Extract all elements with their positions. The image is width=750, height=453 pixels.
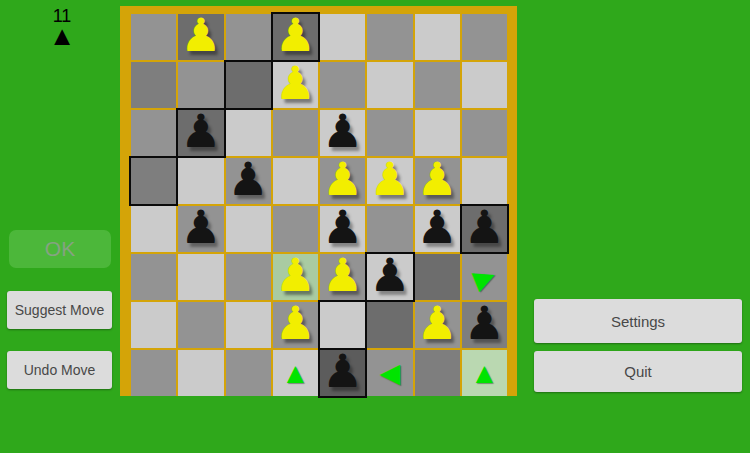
board-cell-r6c6[interactable]: ♟ <box>367 254 412 300</box>
board-cell-r5c3[interactable] <box>226 206 271 252</box>
turn-indicator-icon: ▲ <box>44 22 80 52</box>
board-cell-r5c4[interactable] <box>273 206 318 252</box>
board-cell-r3c4[interactable] <box>273 110 318 156</box>
board-cell-r1c7[interactable] <box>415 14 460 60</box>
board-cell-r8c7[interactable] <box>415 350 460 396</box>
yellow-pawn: ♟ <box>275 12 316 58</box>
board-cell-r1c5[interactable] <box>320 14 365 60</box>
yellow-pawn: ♟ <box>275 252 316 298</box>
board-cell-r6c3[interactable] <box>226 254 271 300</box>
board-cell-r8c8[interactable]: ▲ <box>462 350 507 396</box>
board-cell-r3c1[interactable] <box>131 110 176 156</box>
board-cell-r1c1[interactable] <box>131 14 176 60</box>
board-cell-r3c5[interactable]: ♟ <box>320 110 365 156</box>
black-pawn: ♟ <box>322 348 363 394</box>
board-cell-r5c2[interactable]: ♟ <box>178 206 223 252</box>
move-arrow-icon: ◀ <box>379 360 400 387</box>
board-cell-r1c4[interactable]: ♟ <box>273 14 318 60</box>
black-pawn: ♟ <box>322 204 363 250</box>
board-cell-r7c2[interactable] <box>178 302 223 348</box>
suggest-move-button[interactable]: Suggest Move <box>7 291 112 329</box>
board-cell-r3c6[interactable] <box>367 110 412 156</box>
board-cell-r7c5[interactable] <box>320 302 365 348</box>
board-cell-r2c6[interactable] <box>367 62 412 108</box>
game-screen: 11 ▲ ♟♟♟♟♟♟♟♟♟♟♟♟♟♟♟♟▶♟♟♟▲♟◀▲ OK Suggest… <box>0 0 750 453</box>
black-pawn: ♟ <box>228 156 269 202</box>
board-cell-r8c5[interactable]: ♟ <box>320 350 365 396</box>
board-cell-r4c7[interactable]: ♟ <box>415 158 460 204</box>
board-cell-r7c4[interactable]: ♟ <box>273 302 318 348</box>
board-cell-r7c8[interactable]: ♟ <box>462 302 507 348</box>
board-cell-r4c3[interactable]: ♟ <box>226 158 271 204</box>
board-cell-r7c6[interactable] <box>367 302 412 348</box>
yellow-pawn: ♟ <box>322 252 363 298</box>
board-cell-r5c1[interactable] <box>131 206 176 252</box>
board-cell-r1c3[interactable] <box>226 14 271 60</box>
board-cell-r2c3[interactable] <box>226 62 271 108</box>
black-pawn: ♟ <box>180 108 221 154</box>
black-pawn: ♟ <box>322 108 363 154</box>
black-pawn: ♟ <box>417 204 458 250</box>
yellow-pawn: ♟ <box>417 156 458 202</box>
board-cell-r4c6[interactable]: ♟ <box>367 158 412 204</box>
board-cell-r8c1[interactable] <box>131 350 176 396</box>
board-cell-r7c7[interactable]: ♟ <box>415 302 460 348</box>
board-cell-r8c4[interactable]: ▲ <box>273 350 318 396</box>
board-cell-r4c8[interactable] <box>462 158 507 204</box>
board-cell-r3c3[interactable] <box>226 110 271 156</box>
quit-button[interactable]: Quit <box>534 351 742 392</box>
yellow-pawn: ♟ <box>369 156 410 202</box>
board-cell-r7c3[interactable] <box>226 302 271 348</box>
board-cell-r4c1[interactable] <box>131 158 176 204</box>
black-pawn: ♟ <box>464 204 505 250</box>
board-cell-r3c2[interactable]: ♟ <box>178 110 223 156</box>
board-cell-r5c8[interactable]: ♟ <box>462 206 507 252</box>
black-pawn: ♟ <box>369 252 410 298</box>
board-cell-r2c4[interactable]: ♟ <box>273 62 318 108</box>
board: ♟♟♟♟♟♟♟♟♟♟♟♟♟♟♟♟▶♟♟♟▲♟◀▲ <box>120 6 517 396</box>
yellow-pawn: ♟ <box>275 60 316 106</box>
board-cell-r8c6[interactable]: ◀ <box>367 350 412 396</box>
board-cell-r2c7[interactable] <box>415 62 460 108</box>
board-cell-r1c8[interactable] <box>462 14 507 60</box>
board-cell-r4c5[interactable]: ♟ <box>320 158 365 204</box>
board-cell-r2c1[interactable] <box>131 62 176 108</box>
yellow-pawn: ♟ <box>275 300 316 346</box>
board-cell-r5c7[interactable]: ♟ <box>415 206 460 252</box>
black-pawn: ♟ <box>464 300 505 346</box>
board-cell-r6c5[interactable]: ♟ <box>320 254 365 300</box>
yellow-pawn: ♟ <box>417 300 458 346</box>
settings-button[interactable]: Settings <box>534 299 742 343</box>
board-cell-r3c8[interactable] <box>462 110 507 156</box>
move-arrow-icon: ▲ <box>281 359 310 388</box>
board-cell-r6c1[interactable] <box>131 254 176 300</box>
board-cell-r2c5[interactable] <box>320 62 365 108</box>
board-cell-r5c6[interactable] <box>367 206 412 252</box>
yellow-pawn: ♟ <box>180 12 221 58</box>
board-cell-r8c3[interactable] <box>226 350 271 396</box>
board-cell-r6c7[interactable] <box>415 254 460 300</box>
board-cell-r2c2[interactable] <box>178 62 223 108</box>
board-cell-r6c2[interactable] <box>178 254 223 300</box>
board-cell-r4c4[interactable] <box>273 158 318 204</box>
move-arrow-icon: ▲ <box>470 359 499 388</box>
board-cell-r8c2[interactable] <box>178 350 223 396</box>
board-cell-r5c5[interactable]: ♟ <box>320 206 365 252</box>
black-pawn: ♟ <box>180 204 221 250</box>
board-cell-r1c6[interactable] <box>367 14 412 60</box>
board-cell-r4c2[interactable] <box>178 158 223 204</box>
yellow-pawn: ♟ <box>322 156 363 202</box>
board-cell-r7c1[interactable] <box>131 302 176 348</box>
move-arrow-icon: ▶ <box>470 261 499 294</box>
board-cell-r1c2[interactable]: ♟ <box>178 14 223 60</box>
board-cell-r3c7[interactable] <box>415 110 460 156</box>
board-cell-r6c8[interactable]: ▶ <box>462 254 507 300</box>
ok-button[interactable]: OK <box>9 230 111 268</box>
undo-move-button[interactable]: Undo Move <box>7 351 112 389</box>
board-cell-r2c8[interactable] <box>462 62 507 108</box>
board-cell-r6c4[interactable]: ♟ <box>273 254 318 300</box>
